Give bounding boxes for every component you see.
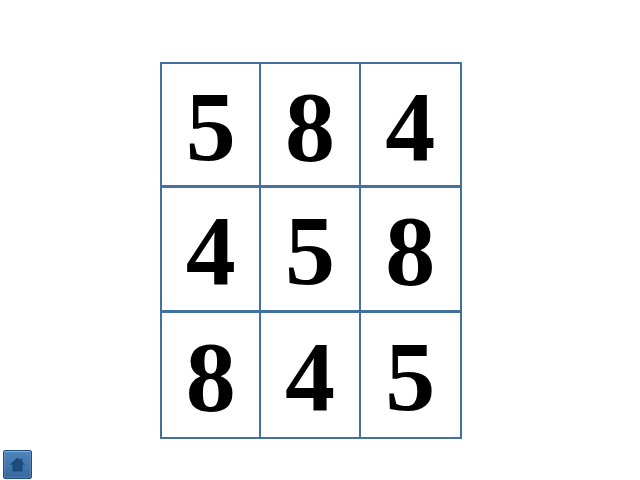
number-grid: 5 8 4 4 5 8 8 4 5 (160, 62, 462, 439)
grid-cell-r1c1: 5 (261, 188, 360, 312)
grid-cell-r1c2: 8 (361, 188, 460, 312)
home-button[interactable] (3, 450, 32, 479)
grid-cell-r2c2: 5 (361, 313, 460, 437)
grid-cell-r0c0: 5 (162, 64, 261, 188)
grid-cell-r2c1: 4 (261, 313, 360, 437)
grid-cell-r0c2: 4 (361, 64, 460, 188)
grid-cell-r0c1: 8 (261, 64, 360, 188)
grid-cell-r1c0: 4 (162, 188, 261, 312)
home-icon (7, 454, 28, 475)
slide: 5 8 4 4 5 8 8 4 5 (0, 0, 640, 480)
grid-cell-r2c0: 8 (162, 313, 261, 437)
